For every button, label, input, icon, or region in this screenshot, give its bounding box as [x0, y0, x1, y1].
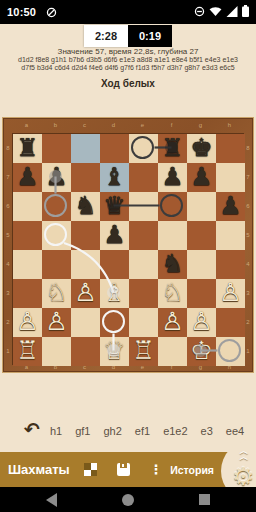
rank-labels-left: 87654321: [5, 133, 11, 365]
white-clock[interactable]: 2:28: [84, 25, 128, 47]
undo-arrow-icon[interactable]: ↶: [24, 420, 40, 440]
candidate-move-2[interactable]: gf1: [75, 425, 90, 437]
black-piece-a7: ♟: [13, 161, 42, 192]
square-c3[interactable]: ♙: [71, 279, 100, 308]
square-c1[interactable]: [71, 337, 100, 366]
square-d4[interactable]: [100, 250, 129, 279]
square-d1[interactable]: ♕: [100, 337, 129, 366]
bottom-app-bar: Шахматы ⋮ История: [0, 452, 256, 487]
back-icon[interactable]: [46, 493, 57, 507]
candidate-move-7[interactable]: ee4: [226, 425, 244, 437]
engine-pv-line-2: d7f5 b3d4 c6d4 d2d4 f4e6 d4f6 g7f6 f1d3 …: [0, 64, 256, 72]
square-b5[interactable]: [42, 221, 71, 250]
home-icon[interactable]: [122, 494, 134, 506]
clock-row: 2:28 0:19: [0, 24, 256, 47]
square-g3[interactable]: [187, 279, 216, 308]
white-piece-g1: ♔: [187, 335, 216, 366]
square-g1[interactable]: ♔: [187, 337, 216, 366]
android-nav-bar: [0, 487, 256, 512]
white-piece-g2: ♙: [187, 306, 216, 337]
candidate-move-4[interactable]: ef1: [135, 425, 150, 437]
candidate-move-6[interactable]: e3: [201, 425, 213, 437]
history-button[interactable]: История: [170, 464, 214, 476]
square-h7[interactable]: [216, 163, 245, 192]
square-a5[interactable]: [13, 221, 42, 250]
square-e3[interactable]: [129, 279, 158, 308]
turn-indicator: Ход белых: [0, 78, 256, 89]
square-a8[interactable]: ♜: [13, 134, 42, 163]
square-a1[interactable]: ♖: [13, 337, 42, 366]
rank-labels-right: 87654321: [245, 133, 251, 365]
signal-icon: [226, 3, 238, 21]
black-piece-f4: ♞: [158, 248, 187, 279]
app-title: Шахматы: [8, 462, 70, 477]
square-e1[interactable]: ♖: [129, 337, 158, 366]
engine-pv-line-1: d1d2 f8e8 g1h1 b7b6 d3b5 d6f6 e1e3 a8d8 …: [0, 56, 256, 64]
board-icon[interactable]: [84, 463, 97, 476]
square-b6[interactable]: [42, 192, 71, 221]
white-piece-b3: ♘: [42, 277, 71, 308]
clock-time: 10:50: [7, 6, 36, 18]
black-piece-f8: ♜: [158, 132, 187, 163]
black-piece-d5: ♟: [100, 219, 129, 250]
square-h8[interactable]: [216, 134, 245, 163]
square-c5[interactable]: [71, 221, 100, 250]
square-h1[interactable]: [216, 337, 245, 366]
square-e7[interactable]: [129, 163, 158, 192]
black-piece-c6: ♞: [71, 190, 100, 221]
white-piece-e1: ♖: [129, 335, 158, 366]
battery-icon: [242, 3, 249, 21]
white-piece-b2: ♙: [42, 306, 71, 337]
white-piece-f3: ♘: [158, 277, 187, 308]
square-c6[interactable]: ♞: [71, 192, 100, 221]
square-a4[interactable]: [13, 250, 42, 279]
candidate-move-bar: ↶ h1gf1gh2ef1e1e2e3ee4ee: [0, 416, 256, 444]
candidate-move-1[interactable]: h1: [50, 425, 62, 437]
square-b4[interactable]: [42, 250, 71, 279]
square-e6[interactable]: [129, 192, 158, 221]
square-c7[interactable]: [71, 163, 100, 192]
square-a3[interactable]: [13, 279, 42, 308]
chess-app-screen: 10:50 2:28 0:19 Значение 57, время 22,8s…: [0, 0, 256, 512]
square-d5[interactable]: ♟: [100, 221, 129, 250]
recents-icon[interactable]: [199, 494, 210, 505]
white-piece-f2: ♙: [158, 306, 187, 337]
square-e8[interactable]: [129, 134, 158, 163]
square-c4[interactable]: [71, 250, 100, 279]
square-h6[interactable]: ♟: [216, 192, 245, 221]
square-a2[interactable]: ♙: [13, 308, 42, 337]
white-piece-a2: ♙: [13, 306, 42, 337]
square-h4[interactable]: [216, 250, 245, 279]
white-piece-c3: ♙: [71, 277, 100, 308]
square-f7[interactable]: ♟: [158, 163, 187, 192]
white-piece-a1: ♖: [13, 335, 42, 366]
candidate-move-5[interactable]: e1e2: [163, 425, 187, 437]
square-g8[interactable]: ♚: [187, 134, 216, 163]
square-f4[interactable]: ♞: [158, 250, 187, 279]
square-b1[interactable]: [42, 337, 71, 366]
candidate-move-3[interactable]: gh2: [103, 425, 121, 437]
data-saver-icon: [194, 3, 205, 21]
square-h2[interactable]: [216, 308, 245, 337]
square-f6[interactable]: [158, 192, 187, 221]
black-piece-a8: ♜: [13, 132, 42, 163]
white-piece-d3: ♗: [100, 277, 129, 308]
board-grid: ♜♜♚♟♟♝♟♟♞♛♟♟♞♘♙♗♘♙♙♙♙♙♖♕♖♔: [12, 133, 244, 365]
white-piece-h3: ♙: [216, 277, 245, 308]
file-labels-top: abcdefgh: [12, 122, 244, 128]
save-icon[interactable]: [117, 463, 130, 476]
notifications-off-icon: [46, 7, 57, 18]
square-g5[interactable]: [187, 221, 216, 250]
engine-eval-line: Значение 57, время 22,8s, глубина 27: [0, 47, 256, 56]
square-e5[interactable]: [129, 221, 158, 250]
square-d2[interactable]: [100, 308, 129, 337]
square-g4[interactable]: [187, 250, 216, 279]
square-a6[interactable]: [13, 192, 42, 221]
square-b2[interactable]: ♙: [42, 308, 71, 337]
black-clock[interactable]: 0:19: [128, 25, 172, 47]
square-d7[interactable]: ♝: [100, 163, 129, 192]
square-a7[interactable]: ♟: [13, 163, 42, 192]
square-d6[interactable]: ♛: [100, 192, 129, 221]
square-g7[interactable]: ♟: [187, 163, 216, 192]
square-g2[interactable]: ♙: [187, 308, 216, 337]
engine-info: Значение 57, время 22,8s, глубина 27 d1d…: [0, 47, 256, 89]
square-c8[interactable]: [71, 134, 100, 163]
black-piece-d6: ♛: [100, 190, 129, 221]
square-e4[interactable]: [129, 250, 158, 279]
settings-gear-icon[interactable]: ⚙: [232, 464, 254, 489]
black-piece-b7: ♟: [42, 161, 71, 192]
square-b7[interactable]: ♟: [42, 163, 71, 192]
square-f1[interactable]: [158, 337, 187, 366]
square-d3[interactable]: ♗: [100, 279, 129, 308]
black-piece-d7: ♝: [100, 161, 129, 192]
black-piece-f7: ♟: [158, 161, 187, 192]
overflow-menu-icon[interactable]: ⋮: [150, 463, 163, 476]
black-piece-h6: ♟: [216, 190, 245, 221]
white-piece-d1: ♕: [100, 335, 129, 366]
square-h5[interactable]: [216, 221, 245, 250]
square-b3[interactable]: ♘: [42, 279, 71, 308]
status-bar: 10:50: [0, 0, 256, 24]
square-f3[interactable]: ♘: [158, 279, 187, 308]
chess-board: abcdefgh abcdefgh 87654321 87654321 ♜♜♚♟…: [2, 117, 254, 373]
square-e2[interactable]: [129, 308, 158, 337]
square-f2[interactable]: ♙: [158, 308, 187, 337]
square-d8[interactable]: [100, 134, 129, 163]
square-f5[interactable]: [158, 221, 187, 250]
square-b8[interactable]: [42, 134, 71, 163]
black-piece-g8: ♚: [187, 132, 216, 163]
black-piece-g7: ♟: [187, 161, 216, 192]
square-f8[interactable]: ♜: [158, 134, 187, 163]
wifi-icon: [209, 3, 222, 21]
square-c2[interactable]: [71, 308, 100, 337]
chevron-up-icon: ︿︿: [231, 448, 256, 460]
square-g6[interactable]: [187, 192, 216, 221]
square-h3[interactable]: ♙: [216, 279, 245, 308]
